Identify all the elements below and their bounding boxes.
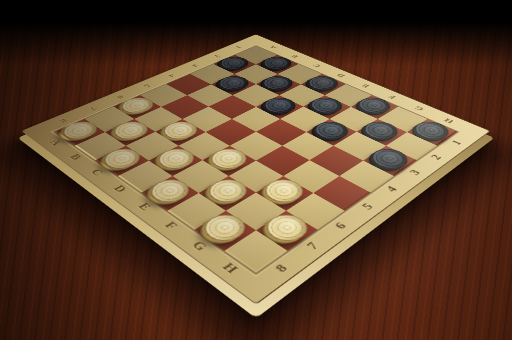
board-frame: AABBCCDDEEFFGGHH1122334455667788 bbox=[21, 34, 491, 305]
board-top-face: AABBCCDDEEFFGGHH1122334455667788 bbox=[21, 34, 491, 305]
table-surface: AABBCCDDEEFFGGHH1122334455667788 bbox=[0, 0, 512, 340]
checkers-board: AABBCCDDEEFFGGHH1122334455667788 bbox=[90, 0, 422, 297]
board-grid bbox=[55, 46, 457, 273]
